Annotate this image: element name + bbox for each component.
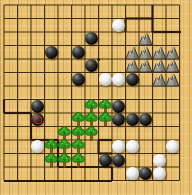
game-board[interactable] <box>0 0 192 195</box>
pieces-layer <box>0 0 192 195</box>
black-stone[interactable] <box>85 32 98 45</box>
black-stone[interactable] <box>31 113 44 126</box>
black-stone[interactable] <box>72 46 85 59</box>
black-stone[interactable] <box>85 59 98 72</box>
white-stone[interactable] <box>126 167 139 180</box>
black-stone[interactable] <box>45 46 58 59</box>
white-stone[interactable] <box>126 140 139 153</box>
white-stone[interactable] <box>166 140 179 153</box>
black-stone[interactable] <box>112 100 125 113</box>
black-stone[interactable] <box>72 73 85 86</box>
tree-piece[interactable] <box>98 112 113 127</box>
white-stone[interactable] <box>112 73 125 86</box>
black-stone[interactable] <box>31 100 44 113</box>
black-stone[interactable] <box>99 154 112 167</box>
black-stone[interactable] <box>139 113 152 126</box>
black-stone[interactable] <box>112 113 125 126</box>
game-window <box>0 0 192 195</box>
black-stone[interactable] <box>126 73 139 86</box>
last-move-marker <box>33 115 42 124</box>
white-stone[interactable] <box>112 140 125 153</box>
tree-piece[interactable] <box>84 126 99 141</box>
white-stone[interactable] <box>112 19 125 32</box>
white-stone[interactable] <box>153 167 166 180</box>
white-stone[interactable] <box>31 140 44 153</box>
black-stone[interactable] <box>139 167 152 180</box>
tree-piece[interactable] <box>71 153 86 168</box>
black-stone[interactable] <box>112 154 125 167</box>
white-stone[interactable] <box>99 73 112 86</box>
rock-piece[interactable] <box>165 72 180 87</box>
black-stone[interactable] <box>126 113 139 126</box>
white-stone[interactable] <box>153 154 166 167</box>
